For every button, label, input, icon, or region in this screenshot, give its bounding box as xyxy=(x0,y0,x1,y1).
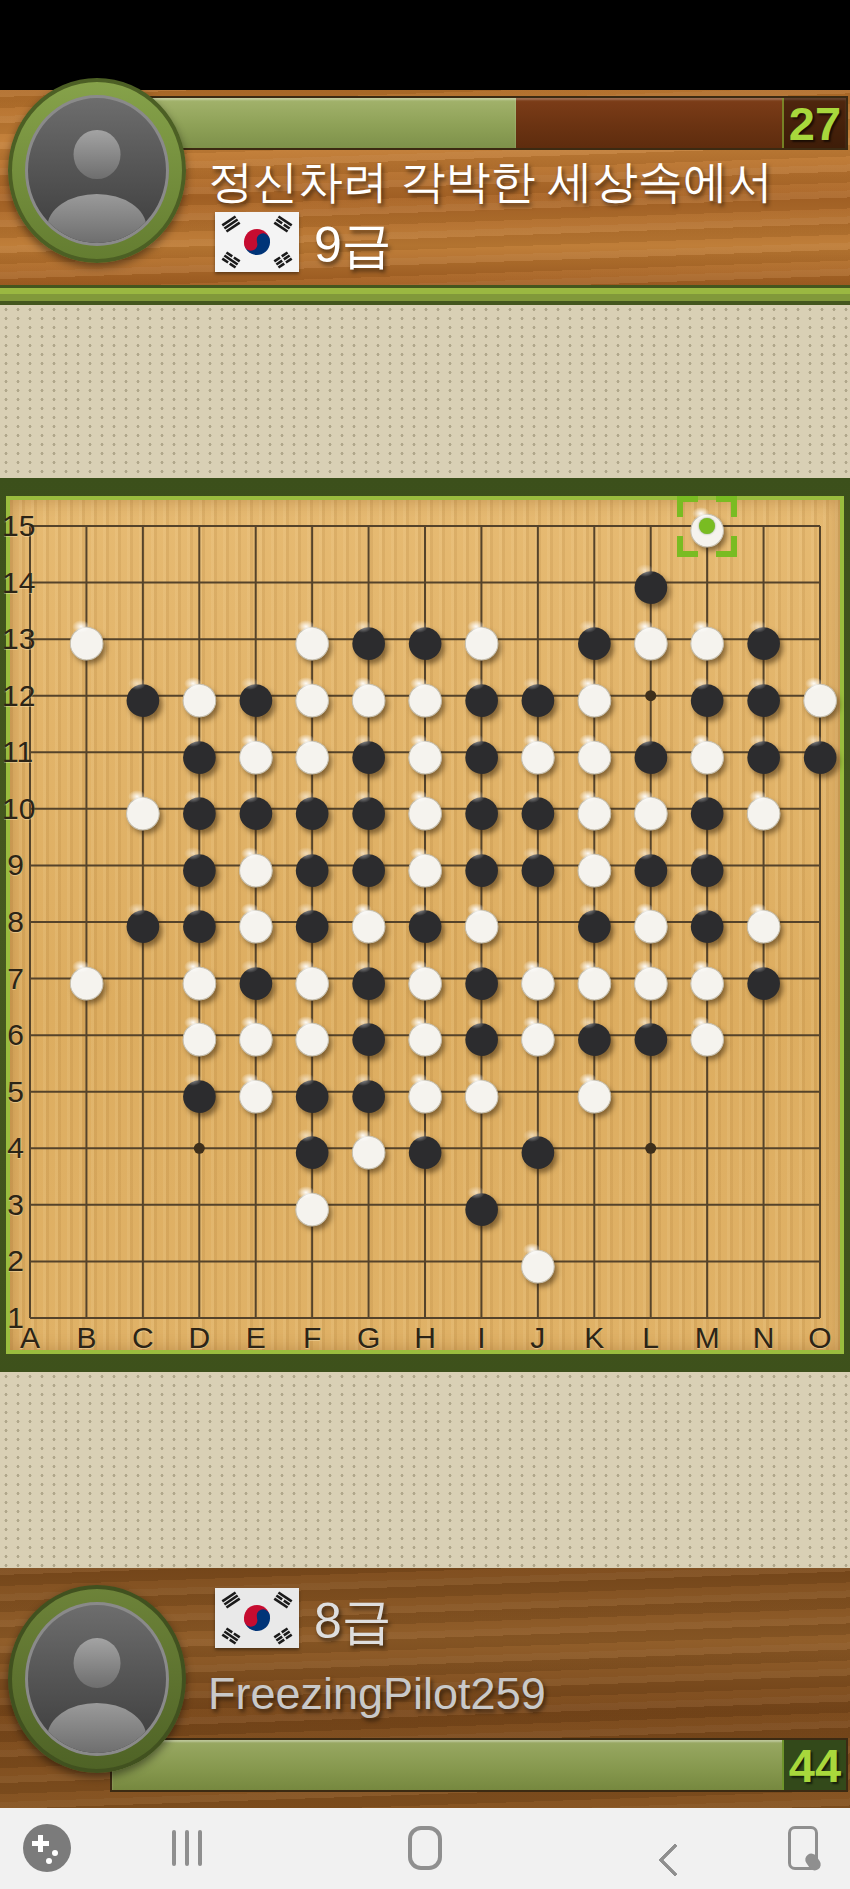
lower-dotted-background xyxy=(0,1372,850,1568)
point-A4[interactable] xyxy=(2,1120,58,1177)
point-C14[interactable] xyxy=(115,555,171,612)
south-korea-flag-icon xyxy=(215,1588,299,1648)
point-J9[interactable]: ● xyxy=(510,837,566,894)
point-E2[interactable] xyxy=(228,1233,284,1290)
point-C6[interactable] xyxy=(115,1007,171,1064)
point-C5[interactable] xyxy=(115,1064,171,1121)
point-N15[interactable] xyxy=(735,498,791,555)
status-bar xyxy=(0,0,850,90)
point-E14[interactable] xyxy=(228,555,284,612)
point-D5[interactable]: ● xyxy=(171,1064,227,1121)
black-stone: ● xyxy=(171,1064,227,1120)
point-F1[interactable] xyxy=(284,1290,340,1347)
point-K15[interactable] xyxy=(566,498,622,555)
white-stone: ● xyxy=(510,1007,566,1063)
point-G3[interactable] xyxy=(341,1177,397,1234)
point-O3[interactable] xyxy=(792,1177,848,1234)
point-M4[interactable] xyxy=(679,1120,735,1177)
white-stone: ● xyxy=(736,781,792,837)
point-C8[interactable]: ● xyxy=(115,894,171,951)
point-I2[interactable] xyxy=(453,1233,509,1290)
point-D3[interactable] xyxy=(171,1177,227,1234)
bottom-player-avatar[interactable] xyxy=(8,1585,186,1773)
point-N4[interactable] xyxy=(735,1120,791,1177)
point-J14[interactable] xyxy=(510,555,566,612)
black-stone: ● xyxy=(510,838,566,894)
point-A13[interactable] xyxy=(2,611,58,668)
white-stone: ● xyxy=(566,1064,622,1120)
point-H1[interactable] xyxy=(397,1290,453,1347)
point-H15[interactable] xyxy=(397,498,453,555)
point-E4[interactable] xyxy=(228,1120,284,1177)
point-B3[interactable] xyxy=(58,1177,114,1234)
bottom-time-box: 44 xyxy=(782,1740,846,1790)
point-A15[interactable] xyxy=(2,498,58,555)
white-stone: ● xyxy=(510,1234,566,1290)
point-I1[interactable] xyxy=(453,1290,509,1347)
point-B9[interactable] xyxy=(58,837,114,894)
point-O6[interactable] xyxy=(792,1007,848,1064)
point-B4[interactable] xyxy=(58,1120,114,1177)
point-O2[interactable] xyxy=(792,1233,848,1290)
point-K3[interactable] xyxy=(566,1177,622,1234)
android-navigation-bar xyxy=(0,1808,850,1889)
point-O9[interactable] xyxy=(792,837,848,894)
top-time-box: 27 xyxy=(782,98,846,148)
point-C4[interactable] xyxy=(115,1120,171,1177)
point-N10[interactable]: ● xyxy=(735,781,791,838)
white-stone: ● xyxy=(115,781,171,837)
point-G2[interactable] xyxy=(341,1233,397,1290)
home-icon[interactable] xyxy=(408,1826,442,1870)
bottom-time-digits: 44 xyxy=(789,1738,841,1793)
point-O7[interactable] xyxy=(792,951,848,1008)
point-K1[interactable] xyxy=(566,1290,622,1347)
top-player-name: 정신차려 각박한 세상속에서 xyxy=(208,152,773,212)
white-stone: ● xyxy=(454,1064,510,1120)
point-L2[interactable] xyxy=(623,1233,679,1290)
person-silhouette-icon xyxy=(25,1602,169,1756)
recents-icon[interactable] xyxy=(185,1830,189,1866)
point-C7[interactable] xyxy=(115,951,171,1008)
point-E1[interactable] xyxy=(228,1290,284,1347)
black-stone: ● xyxy=(454,1177,510,1233)
point-O5[interactable] xyxy=(792,1064,848,1121)
white-stone: ● xyxy=(59,611,115,667)
black-stone: ● xyxy=(510,1120,566,1176)
point-J2[interactable]: ● xyxy=(510,1233,566,1290)
point-A10[interactable] xyxy=(2,781,58,838)
bottom-player-name: FreezingPilot259 xyxy=(208,1668,546,1720)
point-H4[interactable]: ● xyxy=(397,1120,453,1177)
black-stone: ● xyxy=(736,951,792,1007)
point-B11[interactable] xyxy=(58,724,114,781)
point-A2[interactable] xyxy=(2,1233,58,1290)
white-stone: ● xyxy=(341,1120,397,1176)
point-H3[interactable] xyxy=(397,1177,453,1234)
point-D15[interactable] xyxy=(171,498,227,555)
black-stone: ● xyxy=(792,725,848,781)
point-L4[interactable] xyxy=(623,1120,679,1177)
point-I5[interactable]: ● xyxy=(453,1064,509,1121)
last-move-marker-corner xyxy=(716,536,737,557)
point-F15[interactable] xyxy=(284,498,340,555)
point-M3[interactable] xyxy=(679,1177,735,1234)
top-player-avatar[interactable] xyxy=(8,78,186,263)
point-N7[interactable]: ● xyxy=(735,951,791,1008)
point-B12[interactable] xyxy=(58,668,114,725)
point-B15[interactable] xyxy=(58,498,114,555)
point-D14[interactable] xyxy=(171,555,227,612)
point-A1[interactable] xyxy=(2,1290,58,1347)
point-N3[interactable] xyxy=(735,1177,791,1234)
black-stone: ● xyxy=(623,1007,679,1063)
point-F3[interactable]: ● xyxy=(284,1177,340,1234)
top-timer-bar: 27 xyxy=(110,96,848,150)
point-A6[interactable] xyxy=(2,1007,58,1064)
back-icon[interactable] xyxy=(658,1843,692,1877)
point-N5[interactable] xyxy=(735,1064,791,1121)
point-L6[interactable]: ● xyxy=(623,1007,679,1064)
point-C15[interactable] xyxy=(115,498,171,555)
white-stone: ● xyxy=(679,1007,735,1063)
point-E3[interactable] xyxy=(228,1177,284,1234)
point-A9[interactable] xyxy=(2,837,58,894)
point-N6[interactable] xyxy=(735,1007,791,1064)
point-A11[interactable] xyxy=(2,724,58,781)
white-stone: ● xyxy=(623,611,679,667)
green-divider-bar xyxy=(0,285,850,305)
point-D1[interactable] xyxy=(171,1290,227,1347)
point-B13[interactable]: ● xyxy=(58,611,114,668)
white-stone: ● xyxy=(228,1064,284,1120)
point-O14[interactable] xyxy=(792,555,848,612)
point-H2[interactable] xyxy=(397,1233,453,1290)
app-screen: 27 정신차려 각박한 세상속에서 xyxy=(0,0,850,1889)
point-B7[interactable]: ● xyxy=(58,951,114,1008)
point-M6[interactable]: ● xyxy=(679,1007,735,1064)
point-B10[interactable] xyxy=(58,781,114,838)
point-J1[interactable] xyxy=(510,1290,566,1347)
point-L13[interactable]: ● xyxy=(623,611,679,668)
point-O11[interactable]: ● xyxy=(792,724,848,781)
bottom-player-rank: 8급 xyxy=(314,1588,392,1655)
point-A7[interactable] xyxy=(2,951,58,1008)
board-stones-grid[interactable]: ●●●●●●●●●●●●●●●●●●●●●●●●●●●●●●●●●●●●●●●●… xyxy=(2,498,848,1346)
point-B1[interactable] xyxy=(58,1290,114,1347)
point-D2[interactable] xyxy=(171,1233,227,1290)
black-stone: ● xyxy=(397,1120,453,1176)
point-E15[interactable] xyxy=(228,498,284,555)
upper-dotted-background xyxy=(0,305,850,478)
point-C3[interactable] xyxy=(115,1177,171,1234)
touch-protection-icon[interactable] xyxy=(788,1826,818,1870)
point-O15[interactable] xyxy=(792,498,848,555)
point-B6[interactable] xyxy=(58,1007,114,1064)
point-O1[interactable] xyxy=(792,1290,848,1347)
last-move-marker-corner xyxy=(677,496,698,517)
point-C10[interactable]: ● xyxy=(115,781,171,838)
white-stone: ● xyxy=(59,951,115,1007)
point-G15[interactable] xyxy=(341,498,397,555)
point-A14[interactable] xyxy=(2,555,58,612)
point-M15[interactable]: ● xyxy=(679,498,735,555)
point-K5[interactable]: ● xyxy=(566,1064,622,1121)
point-I3[interactable]: ● xyxy=(453,1177,509,1234)
point-K2[interactable] xyxy=(566,1233,622,1290)
point-G1[interactable] xyxy=(341,1290,397,1347)
game-launcher-icon[interactable] xyxy=(23,1824,71,1872)
point-E5[interactable]: ● xyxy=(228,1064,284,1121)
point-G4[interactable]: ● xyxy=(341,1120,397,1177)
black-stone: ● xyxy=(115,668,171,724)
point-N1[interactable] xyxy=(735,1290,791,1347)
bottom-time-fill xyxy=(112,1740,846,1790)
point-O4[interactable] xyxy=(792,1120,848,1177)
top-player-rank: 9급 xyxy=(314,212,392,279)
last-move-marker-corner xyxy=(677,536,698,557)
point-A5[interactable] xyxy=(2,1064,58,1121)
point-L1[interactable] xyxy=(623,1290,679,1347)
point-M1[interactable] xyxy=(679,1290,735,1347)
point-M5[interactable] xyxy=(679,1064,735,1121)
point-L5[interactable] xyxy=(623,1064,679,1121)
point-J4[interactable]: ● xyxy=(510,1120,566,1177)
white-stone: ● xyxy=(284,1177,340,1233)
point-D4[interactable] xyxy=(171,1120,227,1177)
point-C1[interactable] xyxy=(115,1290,171,1347)
point-A3[interactable] xyxy=(2,1177,58,1234)
point-B5[interactable] xyxy=(58,1064,114,1121)
point-O10[interactable] xyxy=(792,781,848,838)
point-F2[interactable] xyxy=(284,1233,340,1290)
point-C12[interactable]: ● xyxy=(115,668,171,725)
south-korea-flag-icon xyxy=(215,212,299,272)
bottom-timer-bar: 44 xyxy=(110,1738,848,1792)
point-L3[interactable] xyxy=(623,1177,679,1234)
point-I15[interactable] xyxy=(453,498,509,555)
point-A8[interactable] xyxy=(2,894,58,951)
top-time-digits: 27 xyxy=(789,96,841,151)
last-move-marker-corner xyxy=(716,496,737,517)
person-silhouette-icon xyxy=(25,95,169,246)
point-M2[interactable] xyxy=(679,1233,735,1290)
black-stone: ● xyxy=(115,894,171,950)
point-O8[interactable] xyxy=(792,894,848,951)
point-B2[interactable] xyxy=(58,1233,114,1290)
point-N2[interactable] xyxy=(735,1233,791,1290)
point-J15[interactable] xyxy=(510,498,566,555)
point-K4[interactable] xyxy=(566,1120,622,1177)
point-J6[interactable]: ● xyxy=(510,1007,566,1064)
point-A12[interactable] xyxy=(2,668,58,725)
point-C2[interactable] xyxy=(115,1233,171,1290)
